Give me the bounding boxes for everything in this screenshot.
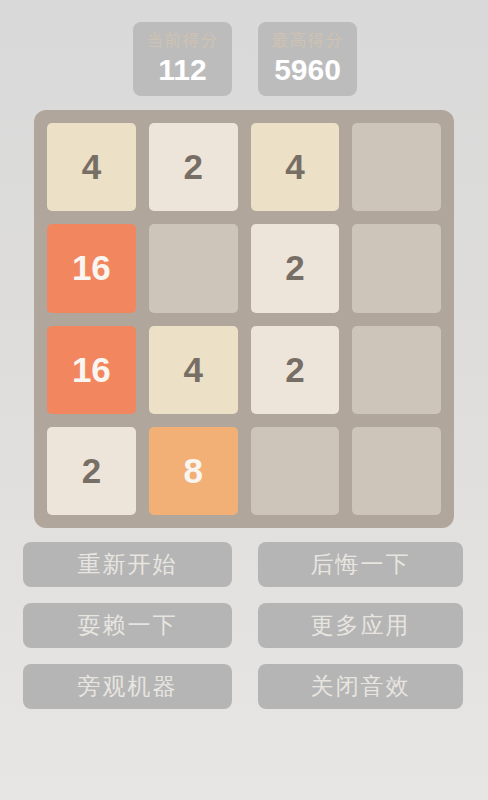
watch-ai-button[interactable]: 旁观机器: [23, 664, 232, 709]
current-score-label: 当前得分: [147, 31, 219, 51]
grid-cell-r2c3: 2: [251, 224, 340, 312]
current-score-value: 112: [158, 53, 206, 87]
grid-cell-r3c1: 16: [47, 326, 136, 414]
game-board[interactable]: 4 2 4 16 2 16 4 2 2 8: [34, 110, 454, 528]
grid-cell-r3c2: 4: [149, 326, 238, 414]
grid-cell-r1c2: 2: [149, 123, 238, 211]
grid-cell-r4c3: [251, 427, 340, 515]
grid-cell-r3c3: 2: [251, 326, 340, 414]
more-apps-button[interactable]: 更多应用: [258, 603, 463, 648]
grid-cell-r1c1: 4: [47, 123, 136, 211]
grid-cell-r4c4: [352, 427, 441, 515]
best-score-label: 最高得分: [272, 31, 344, 51]
grid-cell-r1c3: 4: [251, 123, 340, 211]
best-score-box: 最高得分 5960: [258, 22, 357, 96]
best-score-value: 5960: [274, 53, 341, 87]
grid-cell-r3c4: [352, 326, 441, 414]
grid-cell-r2c2: [149, 224, 238, 312]
grid-cell-r4c2: 8: [149, 427, 238, 515]
sound-toggle-button[interactable]: 关闭音效: [258, 664, 463, 709]
restart-button[interactable]: 重新开始: [23, 542, 232, 587]
grid-cell-r4c1: 2: [47, 427, 136, 515]
current-score-box: 当前得分 112: [133, 22, 232, 96]
grid-cell-r2c4: [352, 224, 441, 312]
grid-cell-r2c1: 16: [47, 224, 136, 312]
cheat-button[interactable]: 耍赖一下: [23, 603, 232, 648]
undo-button[interactable]: 后悔一下: [258, 542, 463, 587]
app-background: 当前得分 112 最高得分 5960 4 2 4 16 2 16 4 2 2 8…: [0, 0, 488, 800]
grid-cell-r1c4: [352, 123, 441, 211]
